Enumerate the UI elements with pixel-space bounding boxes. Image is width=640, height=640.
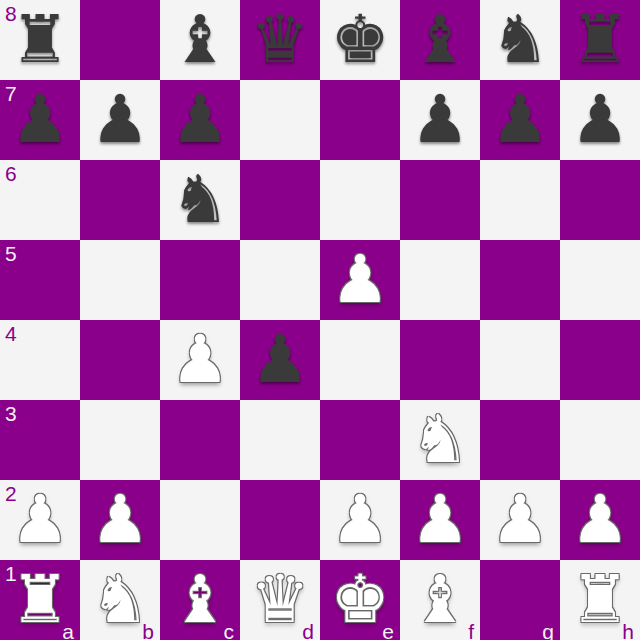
black-pawn-icon[interactable]: ♟ xyxy=(240,320,320,400)
black-pawn-icon[interactable]: ♟ xyxy=(80,80,160,160)
white-pawn-icon[interactable]: ♟ xyxy=(480,480,560,560)
black-knight-icon[interactable]: ♞ xyxy=(160,160,240,240)
white-knight-icon[interactable]: ♞ xyxy=(400,400,480,480)
square-a5[interactable]: 5 xyxy=(0,240,80,320)
black-pawn-icon[interactable]: ♟ xyxy=(400,80,480,160)
square-d3[interactable] xyxy=(240,400,320,480)
square-g2[interactable]: ♟ xyxy=(480,480,560,560)
file-label-g: g xyxy=(542,621,554,640)
square-d8[interactable]: ♛ xyxy=(240,0,320,80)
white-queen-icon[interactable]: ♛ xyxy=(240,560,320,640)
square-e7[interactable] xyxy=(320,80,400,160)
square-d5[interactable] xyxy=(240,240,320,320)
square-a7[interactable]: 7♟ xyxy=(0,80,80,160)
white-rook-icon[interactable]: ♜ xyxy=(560,560,640,640)
square-h3[interactable] xyxy=(560,400,640,480)
black-knight-icon[interactable]: ♞ xyxy=(480,0,560,80)
square-b8[interactable] xyxy=(80,0,160,80)
white-knight-icon[interactable]: ♞ xyxy=(80,560,160,640)
square-b5[interactable] xyxy=(80,240,160,320)
square-a2[interactable]: 2♟ xyxy=(0,480,80,560)
square-f5[interactable] xyxy=(400,240,480,320)
white-pawn-icon[interactable]: ♟ xyxy=(80,480,160,560)
white-rook-icon[interactable]: ♜ xyxy=(0,560,80,640)
square-g3[interactable] xyxy=(480,400,560,480)
rank-label-4: 4 xyxy=(5,323,17,344)
square-h2[interactable]: ♟ xyxy=(560,480,640,560)
square-c3[interactable] xyxy=(160,400,240,480)
rank-label-6: 6 xyxy=(5,163,17,184)
square-f1[interactable]: f♝ xyxy=(400,560,480,640)
square-a4[interactable]: 4 xyxy=(0,320,80,400)
square-d1[interactable]: d♛ xyxy=(240,560,320,640)
square-b6[interactable] xyxy=(80,160,160,240)
black-king-icon[interactable]: ♚ xyxy=(320,0,400,80)
square-d4[interactable]: ♟ xyxy=(240,320,320,400)
square-g1[interactable]: g xyxy=(480,560,560,640)
square-e6[interactable] xyxy=(320,160,400,240)
square-h8[interactable]: ♜ xyxy=(560,0,640,80)
square-e8[interactable]: ♚ xyxy=(320,0,400,80)
square-a8[interactable]: 8♜ xyxy=(0,0,80,80)
black-bishop-icon[interactable]: ♝ xyxy=(160,0,240,80)
square-f3[interactable]: ♞ xyxy=(400,400,480,480)
black-rook-icon[interactable]: ♜ xyxy=(560,0,640,80)
black-bishop-icon[interactable]: ♝ xyxy=(400,0,480,80)
square-b1[interactable]: b♞ xyxy=(80,560,160,640)
square-d7[interactable] xyxy=(240,80,320,160)
square-g4[interactable] xyxy=(480,320,560,400)
square-c1[interactable]: c♝ xyxy=(160,560,240,640)
white-bishop-icon[interactable]: ♝ xyxy=(160,560,240,640)
black-pawn-icon[interactable]: ♟ xyxy=(160,80,240,160)
square-e4[interactable] xyxy=(320,320,400,400)
square-c4[interactable]: ♟ xyxy=(160,320,240,400)
white-pawn-icon[interactable]: ♟ xyxy=(320,480,400,560)
white-pawn-icon[interactable]: ♟ xyxy=(160,320,240,400)
square-f8[interactable]: ♝ xyxy=(400,0,480,80)
rank-label-5: 5 xyxy=(5,243,17,264)
square-e1[interactable]: e♚ xyxy=(320,560,400,640)
black-queen-icon[interactable]: ♛ xyxy=(240,0,320,80)
square-d2[interactable] xyxy=(240,480,320,560)
black-pawn-icon[interactable]: ♟ xyxy=(0,80,80,160)
square-d6[interactable] xyxy=(240,160,320,240)
square-h4[interactable] xyxy=(560,320,640,400)
white-pawn-icon[interactable]: ♟ xyxy=(560,480,640,560)
square-e5[interactable]: ♟ xyxy=(320,240,400,320)
square-h7[interactable]: ♟ xyxy=(560,80,640,160)
square-g5[interactable] xyxy=(480,240,560,320)
black-pawn-icon[interactable]: ♟ xyxy=(480,80,560,160)
square-g8[interactable]: ♞ xyxy=(480,0,560,80)
chess-board: 8♜♝♛♚♝♞♜7♟♟♟♟♟♟6♞5♟4♟♟3♞2♟♟♟♟♟♟1a♜b♞c♝d♛… xyxy=(0,0,640,640)
square-a1[interactable]: 1a♜ xyxy=(0,560,80,640)
square-e2[interactable]: ♟ xyxy=(320,480,400,560)
square-f2[interactable]: ♟ xyxy=(400,480,480,560)
square-b7[interactable]: ♟ xyxy=(80,80,160,160)
square-c5[interactable] xyxy=(160,240,240,320)
square-h6[interactable] xyxy=(560,160,640,240)
square-f7[interactable]: ♟ xyxy=(400,80,480,160)
black-pawn-icon[interactable]: ♟ xyxy=(560,80,640,160)
white-pawn-icon[interactable]: ♟ xyxy=(0,480,80,560)
white-bishop-icon[interactable]: ♝ xyxy=(400,560,480,640)
square-c8[interactable]: ♝ xyxy=(160,0,240,80)
square-a3[interactable]: 3 xyxy=(0,400,80,480)
rank-label-3: 3 xyxy=(5,403,17,424)
white-king-icon[interactable]: ♚ xyxy=(320,560,400,640)
square-h1[interactable]: h♜ xyxy=(560,560,640,640)
square-g7[interactable]: ♟ xyxy=(480,80,560,160)
square-c7[interactable]: ♟ xyxy=(160,80,240,160)
black-rook-icon[interactable]: ♜ xyxy=(0,0,80,80)
square-e3[interactable] xyxy=(320,400,400,480)
square-g6[interactable] xyxy=(480,160,560,240)
square-c6[interactable]: ♞ xyxy=(160,160,240,240)
square-b3[interactable] xyxy=(80,400,160,480)
square-b2[interactable]: ♟ xyxy=(80,480,160,560)
square-f4[interactable] xyxy=(400,320,480,400)
square-b4[interactable] xyxy=(80,320,160,400)
square-f6[interactable] xyxy=(400,160,480,240)
white-pawn-icon[interactable]: ♟ xyxy=(400,480,480,560)
white-pawn-icon[interactable]: ♟ xyxy=(320,240,400,320)
square-h5[interactable] xyxy=(560,240,640,320)
square-a6[interactable]: 6 xyxy=(0,160,80,240)
square-c2[interactable] xyxy=(160,480,240,560)
